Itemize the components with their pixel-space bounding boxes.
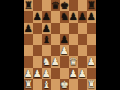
piece-white-pawn[interactable]: ♟	[42, 68, 51, 79]
letterbox-left	[0, 0, 24, 90]
piece-white-rook[interactable]: ♜	[24, 79, 33, 90]
square-g1[interactable]	[78, 79, 87, 90]
square-a1[interactable]: ♜	[24, 79, 33, 90]
square-b3[interactable]	[33, 56, 42, 67]
square-a7[interactable]	[24, 11, 33, 22]
piece-black-rook[interactable]: ♜	[24, 0, 33, 11]
square-c5[interactable]: ♝	[42, 34, 51, 45]
square-c8[interactable]	[42, 0, 51, 11]
square-d3[interactable]: ♟	[51, 56, 60, 67]
square-h1[interactable]: ♜	[87, 79, 96, 90]
square-a3[interactable]	[24, 56, 33, 67]
square-e7[interactable]: ♞	[60, 11, 69, 22]
piece-white-king[interactable]: ♚	[60, 79, 69, 90]
square-b6[interactable]	[33, 23, 42, 34]
piece-white-pawn[interactable]: ♟	[87, 56, 96, 67]
square-g4[interactable]	[78, 45, 87, 56]
square-h6[interactable]	[87, 23, 96, 34]
piece-white-pawn[interactable]: ♟	[78, 68, 87, 79]
square-b5[interactable]	[33, 34, 42, 45]
square-d1[interactable]	[51, 79, 60, 90]
piece-black-pawn[interactable]: ♟	[60, 34, 69, 45]
square-g8[interactable]	[78, 0, 87, 11]
square-h8[interactable]: ♜	[87, 0, 96, 11]
square-h3[interactable]: ♟	[87, 56, 96, 67]
square-h5[interactable]	[87, 34, 96, 45]
square-d8[interactable]: ♛	[51, 0, 60, 11]
piece-black-bishop[interactable]: ♝	[42, 34, 51, 45]
square-d7[interactable]	[51, 11, 60, 22]
square-e3[interactable]	[60, 56, 69, 67]
square-c6[interactable]: ♟	[42, 23, 51, 34]
piece-white-knight[interactable]: ♞	[42, 56, 51, 67]
square-g3[interactable]	[78, 56, 87, 67]
square-b1[interactable]	[33, 79, 42, 90]
piece-black-pawn[interactable]: ♟	[87, 11, 96, 22]
piece-black-pawn[interactable]: ♟	[24, 23, 33, 34]
square-e2[interactable]	[60, 68, 69, 79]
square-g6[interactable]	[78, 23, 87, 34]
square-f3[interactable]: ♛	[69, 56, 78, 67]
square-a2[interactable]: ♟	[24, 68, 33, 79]
square-f8[interactable]	[69, 0, 78, 11]
square-e6[interactable]	[60, 23, 69, 34]
square-h2[interactable]	[87, 68, 96, 79]
square-g5[interactable]	[78, 34, 87, 45]
square-b4[interactable]	[33, 45, 42, 56]
square-g2[interactable]: ♟	[78, 68, 87, 79]
square-h4[interactable]	[87, 45, 96, 56]
square-b7[interactable]: ♟	[33, 11, 42, 22]
chess-board: ♜♛♚♜♟♟♞♟♟♟♟♟♝♟♟♞♟♛♟♟♟♟♟♟♜♝♚♜	[24, 0, 96, 90]
piece-black-pawn[interactable]: ♟	[42, 11, 51, 22]
square-d6[interactable]	[51, 23, 60, 34]
piece-white-queen[interactable]: ♛	[69, 56, 78, 67]
letterbox-right	[96, 0, 120, 90]
square-b8[interactable]	[33, 0, 42, 11]
video-frame: ♜♛♚♜♟♟♞♟♟♟♟♟♝♟♟♞♟♛♟♟♟♟♟♟♜♝♚♜	[0, 0, 120, 90]
square-e5[interactable]: ♟	[60, 34, 69, 45]
piece-white-pawn[interactable]: ♟	[24, 68, 33, 79]
square-a8[interactable]: ♜	[24, 0, 33, 11]
piece-black-king[interactable]: ♚	[60, 0, 69, 11]
square-a6[interactable]: ♟	[24, 23, 33, 34]
piece-white-bishop[interactable]: ♝	[42, 79, 51, 90]
square-c1[interactable]: ♝	[42, 79, 51, 90]
square-f6[interactable]	[69, 23, 78, 34]
square-c2[interactable]: ♟	[42, 68, 51, 79]
square-c7[interactable]: ♟	[42, 11, 51, 22]
piece-black-knight[interactable]: ♞	[60, 11, 69, 22]
square-e8[interactable]: ♚	[60, 0, 69, 11]
square-b2[interactable]: ♟	[33, 68, 42, 79]
square-a4[interactable]	[24, 45, 33, 56]
square-f7[interactable]: ♟	[69, 11, 78, 22]
piece-white-pawn[interactable]: ♟	[51, 56, 60, 67]
square-c3[interactable]: ♞	[42, 56, 51, 67]
square-h7[interactable]: ♟	[87, 11, 96, 22]
piece-black-pawn[interactable]: ♟	[42, 23, 51, 34]
square-d5[interactable]	[51, 34, 60, 45]
piece-white-pawn[interactable]: ♟	[33, 68, 42, 79]
piece-white-pawn[interactable]: ♟	[60, 45, 69, 56]
piece-black-pawn[interactable]: ♟	[33, 11, 42, 22]
square-d4[interactable]	[51, 45, 60, 56]
square-f2[interactable]: ♟	[69, 68, 78, 79]
piece-black-rook[interactable]: ♜	[87, 0, 96, 11]
piece-black-pawn[interactable]: ♟	[69, 11, 78, 22]
square-f4[interactable]	[69, 45, 78, 56]
square-a5[interactable]	[24, 34, 33, 45]
piece-white-pawn[interactable]: ♟	[69, 68, 78, 79]
piece-black-pawn[interactable]: ♟	[78, 11, 87, 22]
piece-black-queen[interactable]: ♛	[51, 0, 60, 11]
square-d2[interactable]	[51, 68, 60, 79]
square-f5[interactable]	[69, 34, 78, 45]
square-f1[interactable]	[69, 79, 78, 90]
piece-white-rook[interactable]: ♜	[87, 79, 96, 90]
square-e1[interactable]: ♚	[60, 79, 69, 90]
square-g7[interactable]: ♟	[78, 11, 87, 22]
square-e4[interactable]: ♟	[60, 45, 69, 56]
square-c4[interactable]	[42, 45, 51, 56]
